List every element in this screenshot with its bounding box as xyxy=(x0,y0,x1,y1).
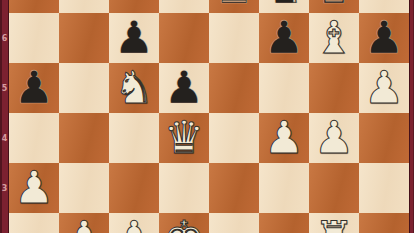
square-c6[interactable]: ♟ xyxy=(109,13,159,63)
square-a2[interactable] xyxy=(9,213,59,233)
square-f6[interactable]: ♟ xyxy=(259,13,309,63)
white-pawn-a3[interactable]: ♟ xyxy=(9,163,59,213)
square-d2[interactable]: ♚ xyxy=(159,213,209,233)
square-a4[interactable] xyxy=(9,113,59,163)
black-pawn-f6[interactable]: ♟ xyxy=(259,13,309,63)
square-g6[interactable]: ♝ xyxy=(309,13,359,63)
white-rook-g2[interactable]: ♜ xyxy=(309,213,359,233)
white-pawn-h5[interactable]: ♟ xyxy=(359,63,409,113)
black-pawn-a5[interactable]: ♟ xyxy=(9,63,59,113)
square-g2[interactable]: ♜ xyxy=(309,213,359,233)
square-f2[interactable] xyxy=(259,213,309,233)
square-f3[interactable] xyxy=(259,163,309,213)
square-e7[interactable]: ♜ xyxy=(209,0,259,13)
square-e5[interactable] xyxy=(209,63,259,113)
square-b2[interactable]: ♟ xyxy=(59,213,109,233)
square-b5[interactable] xyxy=(59,63,109,113)
square-h5[interactable]: ♟ xyxy=(359,63,409,113)
rank-label-3: 3 xyxy=(0,184,9,193)
square-e4[interactable] xyxy=(209,113,259,163)
square-e2[interactable] xyxy=(209,213,259,233)
black-pawn-c6[interactable]: ♟ xyxy=(109,13,159,63)
square-g5[interactable] xyxy=(309,63,359,113)
square-b3[interactable] xyxy=(59,163,109,213)
square-d4[interactable]: ♛ xyxy=(159,113,209,163)
square-b7[interactable] xyxy=(59,0,109,13)
square-h4[interactable] xyxy=(359,113,409,163)
square-d6[interactable] xyxy=(159,13,209,63)
square-h6[interactable]: ♟ xyxy=(359,13,409,63)
square-e6[interactable] xyxy=(209,13,259,63)
square-a7[interactable] xyxy=(9,0,59,13)
square-c4[interactable] xyxy=(109,113,159,163)
black-pawn-d5[interactable]: ♟ xyxy=(159,63,209,113)
square-a5[interactable]: ♟ xyxy=(9,63,59,113)
square-c2[interactable]: ♟ xyxy=(109,213,159,233)
white-bishop-g6[interactable]: ♝ xyxy=(309,13,359,63)
square-f4[interactable]: ♟ xyxy=(259,113,309,163)
square-c5[interactable]: ♞ xyxy=(109,63,159,113)
white-knight-c5[interactable]: ♞ xyxy=(109,63,159,113)
square-e3[interactable] xyxy=(209,163,259,213)
square-d3[interactable] xyxy=(159,163,209,213)
square-a6[interactable] xyxy=(9,13,59,63)
square-c3[interactable] xyxy=(109,163,159,213)
square-b4[interactable] xyxy=(59,113,109,163)
square-g4[interactable]: ♟ xyxy=(309,113,359,163)
square-h3[interactable] xyxy=(359,163,409,213)
rank-label-5: 5 xyxy=(0,84,9,93)
square-d5[interactable]: ♟ xyxy=(159,63,209,113)
white-pawn-f4[interactable]: ♟ xyxy=(259,113,309,163)
rank-label-6: 6 xyxy=(0,34,9,43)
black-pawn-h6[interactable]: ♟ xyxy=(359,13,409,63)
white-queen-d4[interactable]: ♛ xyxy=(159,113,209,163)
chess-board-screenshot: ♜♞♚♟♟♝♟♟♞♟♟♛♟♟♟♟♟♚♜ 6543 xyxy=(0,0,414,233)
white-pawn-b2[interactable]: ♟ xyxy=(59,213,109,233)
rank-label-4: 4 xyxy=(0,134,9,143)
square-d7[interactable] xyxy=(159,0,209,13)
white-pawn-g4[interactable]: ♟ xyxy=(309,113,359,163)
chess-board: ♜♞♚♟♟♝♟♟♞♟♟♛♟♟♟♟♟♚♜ xyxy=(9,0,409,233)
square-f5[interactable] xyxy=(259,63,309,113)
square-b6[interactable] xyxy=(59,13,109,63)
white-pawn-c2[interactable]: ♟ xyxy=(109,213,159,233)
square-a3[interactable]: ♟ xyxy=(9,163,59,213)
black-rook-e7[interactable]: ♜ xyxy=(209,0,259,13)
square-h2[interactable] xyxy=(359,213,409,233)
square-g3[interactable] xyxy=(309,163,359,213)
white-king-d2[interactable]: ♚ xyxy=(159,213,209,233)
